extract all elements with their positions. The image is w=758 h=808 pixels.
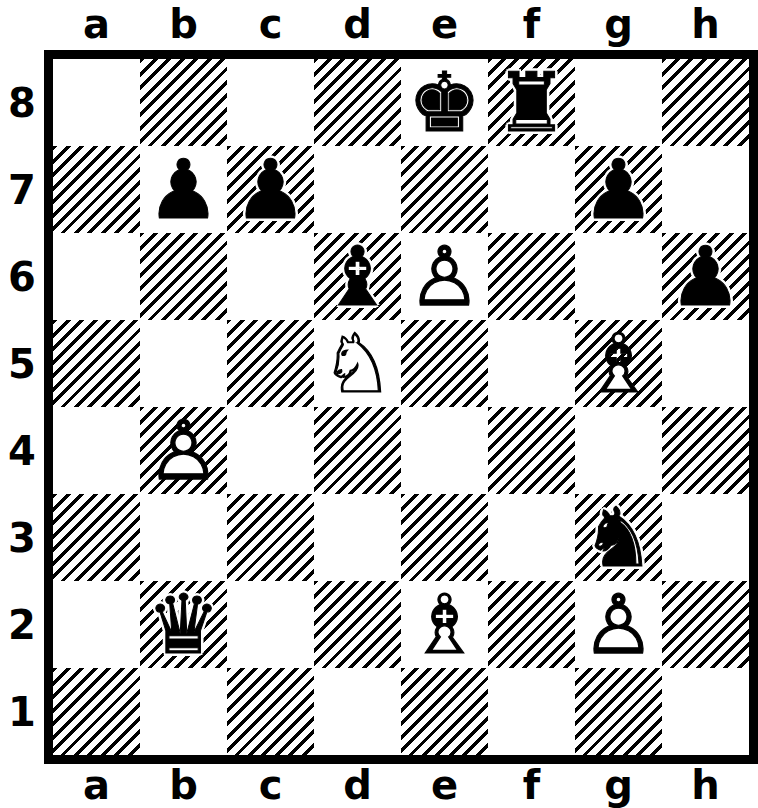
file-labels-top: abcdefgh [53, 0, 749, 48]
square-a1 [53, 668, 140, 755]
glyph-outline: ♙ [147, 407, 221, 494]
square-d3 [314, 494, 401, 581]
file-label-h: h [662, 0, 749, 48]
glyph-outline: ♗ [582, 320, 656, 407]
piece-black-pawn: ♟ [669, 233, 743, 320]
square-e2: ♝♗ [401, 581, 488, 668]
square-d6: ♝ [314, 233, 401, 320]
square-g1 [575, 668, 662, 755]
square-e7 [401, 146, 488, 233]
file-label-b: b [140, 0, 227, 48]
rank-label-3: 3 [0, 494, 44, 581]
square-d1 [314, 668, 401, 755]
glyph-outline: ♙ [408, 233, 482, 320]
square-b8 [140, 59, 227, 146]
square-d2 [314, 581, 401, 668]
file-label-g: g [575, 0, 662, 48]
piece-black-pawn: ♟ [582, 146, 656, 233]
square-h4 [662, 407, 749, 494]
square-d4 [314, 407, 401, 494]
piece-black-knight: ♞ [582, 494, 656, 581]
glyph-outline: ♙ [582, 581, 656, 668]
square-c3 [227, 494, 314, 581]
square-d8 [314, 59, 401, 146]
square-b4: ♟♙ [140, 407, 227, 494]
square-h5 [662, 320, 749, 407]
square-b7: ♟ [140, 146, 227, 233]
glyph-outline: ♘ [321, 320, 395, 407]
square-b5 [140, 320, 227, 407]
square-e8: ♚ [401, 59, 488, 146]
file-label-d: d [314, 762, 401, 808]
rank-labels-left: 87654321 [0, 59, 44, 755]
square-e4 [401, 407, 488, 494]
square-c2 [227, 581, 314, 668]
square-g2: ♟♙ [575, 581, 662, 668]
square-c4 [227, 407, 314, 494]
file-label-f: f [488, 0, 575, 48]
file-label-a: a [53, 762, 140, 808]
square-g3: ♞ [575, 494, 662, 581]
file-labels-bottom: abcdefgh [53, 762, 749, 808]
square-f4 [488, 407, 575, 494]
piece-white-pawn: ♟♙ [147, 407, 221, 494]
square-e5 [401, 320, 488, 407]
file-label-b: b [140, 762, 227, 808]
rank-label-7: 7 [0, 146, 44, 233]
square-b1 [140, 668, 227, 755]
square-f5 [488, 320, 575, 407]
rank-label-4: 4 [0, 407, 44, 494]
square-a7 [53, 146, 140, 233]
square-h6: ♟ [662, 233, 749, 320]
rank-label-6: 6 [0, 233, 44, 320]
piece-black-bishop: ♝ [321, 233, 395, 320]
piece-black-pawn: ♟ [234, 146, 308, 233]
square-a3 [53, 494, 140, 581]
square-h2 [662, 581, 749, 668]
chess-diagram-page: abcdefgh 87654321 ♚♜♟♟♟♝♟♙♟♞♘♝♗♟♙♞♛♝♗♟♙ … [0, 0, 758, 808]
square-e6: ♟♙ [401, 233, 488, 320]
square-c1 [227, 668, 314, 755]
square-c8 [227, 59, 314, 146]
piece-white-bishop: ♝♗ [408, 581, 482, 668]
square-h3 [662, 494, 749, 581]
rank-label-5: 5 [0, 320, 44, 407]
square-g4 [575, 407, 662, 494]
rank-label-8: 8 [0, 59, 44, 146]
square-d5: ♞♘ [314, 320, 401, 407]
piece-white-knight: ♞♘ [321, 320, 395, 407]
square-a6 [53, 233, 140, 320]
square-g7: ♟ [575, 146, 662, 233]
file-label-f: f [488, 762, 575, 808]
square-g6 [575, 233, 662, 320]
square-a4 [53, 407, 140, 494]
square-a2 [53, 581, 140, 668]
glyph-outline: ♗ [408, 581, 482, 668]
square-f2 [488, 581, 575, 668]
square-h1 [662, 668, 749, 755]
square-f8: ♜ [488, 59, 575, 146]
chess-board: ♚♜♟♟♟♝♟♙♟♞♘♝♗♟♙♞♛♝♗♟♙ [44, 50, 758, 764]
square-e3 [401, 494, 488, 581]
file-label-e: e [401, 0, 488, 48]
file-label-c: c [227, 0, 314, 48]
rank-label-2: 2 [0, 581, 44, 668]
square-a5 [53, 320, 140, 407]
file-label-d: d [314, 0, 401, 48]
piece-white-bishop: ♝♗ [582, 320, 656, 407]
square-d7 [314, 146, 401, 233]
square-h8 [662, 59, 749, 146]
square-f3 [488, 494, 575, 581]
square-f6 [488, 233, 575, 320]
square-c6 [227, 233, 314, 320]
square-b2: ♛ [140, 581, 227, 668]
piece-black-pawn: ♟ [147, 146, 221, 233]
square-e1 [401, 668, 488, 755]
piece-black-queen: ♛ [147, 581, 221, 668]
square-g5: ♝♗ [575, 320, 662, 407]
file-label-e: e [401, 762, 488, 808]
square-c5 [227, 320, 314, 407]
square-f7 [488, 146, 575, 233]
piece-white-pawn: ♟♙ [408, 233, 482, 320]
file-label-h: h [662, 762, 749, 808]
file-label-g: g [575, 762, 662, 808]
piece-black-rook: ♜ [495, 59, 569, 146]
file-label-a: a [53, 0, 140, 48]
square-b3 [140, 494, 227, 581]
square-g8 [575, 59, 662, 146]
square-a8 [53, 59, 140, 146]
square-b6 [140, 233, 227, 320]
square-c7: ♟ [227, 146, 314, 233]
square-h7 [662, 146, 749, 233]
rank-label-1: 1 [0, 668, 44, 755]
piece-white-pawn: ♟♙ [582, 581, 656, 668]
square-f1 [488, 668, 575, 755]
piece-black-king: ♚ [408, 59, 482, 146]
file-label-c: c [227, 762, 314, 808]
